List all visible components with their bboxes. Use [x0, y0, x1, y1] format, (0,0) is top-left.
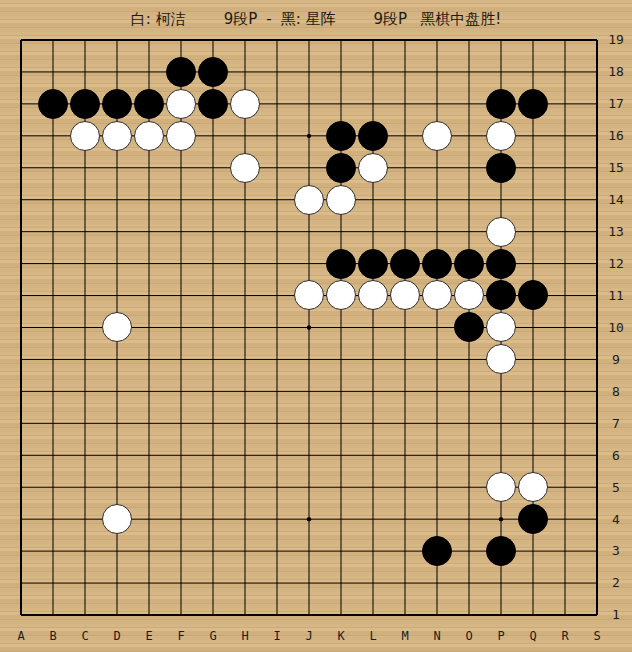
intersection-D8[interactable]	[101, 375, 133, 407]
intersection-D16[interactable]	[101, 120, 133, 152]
intersection-F6[interactable]	[165, 439, 197, 471]
intersection-M13[interactable]	[389, 216, 421, 248]
intersection-J15[interactable]	[293, 152, 325, 184]
intersection-H10[interactable]	[229, 311, 261, 343]
intersection-Q19[interactable]	[517, 24, 549, 56]
intersection-N12[interactable]	[421, 248, 453, 280]
intersection-I10[interactable]	[261, 311, 293, 343]
intersection-F4[interactable]	[165, 503, 197, 535]
intersection-O16[interactable]	[453, 120, 485, 152]
intersection-I13[interactable]	[261, 216, 293, 248]
intersection-H2[interactable]	[229, 567, 261, 599]
intersection-P18[interactable]	[485, 56, 517, 88]
intersection-N19[interactable]	[421, 24, 453, 56]
intersection-P11[interactable]	[485, 280, 517, 312]
intersection-Q3[interactable]	[517, 535, 549, 567]
intersection-P8[interactable]	[485, 375, 517, 407]
intersection-C17[interactable]	[69, 88, 101, 120]
intersection-J19[interactable]	[293, 24, 325, 56]
intersection-N7[interactable]	[421, 407, 453, 439]
intersection-C19[interactable]	[69, 24, 101, 56]
intersection-H3[interactable]	[229, 535, 261, 567]
intersection-N2[interactable]	[421, 567, 453, 599]
intersection-C11[interactable]	[69, 280, 101, 312]
intersection-G11[interactable]	[197, 280, 229, 312]
intersection-I7[interactable]	[261, 407, 293, 439]
intersection-K15[interactable]	[325, 152, 357, 184]
intersection-D6[interactable]	[101, 439, 133, 471]
intersection-F8[interactable]	[165, 375, 197, 407]
intersection-R13[interactable]	[549, 216, 581, 248]
intersection-F15[interactable]	[165, 152, 197, 184]
intersection-O19[interactable]	[453, 24, 485, 56]
intersection-K12[interactable]	[325, 248, 357, 280]
intersection-F9[interactable]	[165, 343, 197, 375]
intersection-M3[interactable]	[389, 535, 421, 567]
intersection-O13[interactable]	[453, 216, 485, 248]
intersection-J18[interactable]	[293, 56, 325, 88]
intersection-B18[interactable]	[37, 56, 69, 88]
intersection-F11[interactable]	[165, 280, 197, 312]
intersection-I4[interactable]	[261, 503, 293, 535]
intersection-K5[interactable]	[325, 471, 357, 503]
intersection-G4[interactable]	[197, 503, 229, 535]
intersection-R19[interactable]	[549, 24, 581, 56]
intersection-B7[interactable]	[37, 407, 69, 439]
intersection-B19[interactable]	[37, 24, 69, 56]
intersection-I9[interactable]	[261, 343, 293, 375]
intersection-O17[interactable]	[453, 88, 485, 120]
intersection-C10[interactable]	[69, 311, 101, 343]
intersection-R15[interactable]	[549, 152, 581, 184]
intersection-I11[interactable]	[261, 280, 293, 312]
intersection-C4[interactable]	[69, 503, 101, 535]
intersection-B5[interactable]	[37, 471, 69, 503]
intersection-M7[interactable]	[389, 407, 421, 439]
intersection-B6[interactable]	[37, 439, 69, 471]
intersection-C8[interactable]	[69, 375, 101, 407]
intersection-C14[interactable]	[69, 184, 101, 216]
intersection-M18[interactable]	[389, 56, 421, 88]
intersection-G9[interactable]	[197, 343, 229, 375]
intersection-O9[interactable]	[453, 343, 485, 375]
intersection-Q6[interactable]	[517, 439, 549, 471]
intersection-H8[interactable]	[229, 375, 261, 407]
intersection-M8[interactable]	[389, 375, 421, 407]
intersection-G17[interactable]	[197, 88, 229, 120]
intersection-H11[interactable]	[229, 280, 261, 312]
intersection-O10[interactable]	[453, 311, 485, 343]
intersection-N11[interactable]	[421, 280, 453, 312]
intersection-Q16[interactable]	[517, 120, 549, 152]
intersection-H16[interactable]	[229, 120, 261, 152]
intersection-E11[interactable]	[133, 280, 165, 312]
intersection-E4[interactable]	[133, 503, 165, 535]
intersection-I12[interactable]	[261, 248, 293, 280]
intersection-K4[interactable]	[325, 503, 357, 535]
intersection-M15[interactable]	[389, 152, 421, 184]
intersection-L11[interactable]	[357, 280, 389, 312]
intersection-B11[interactable]	[37, 280, 69, 312]
intersection-K2[interactable]	[325, 567, 357, 599]
intersection-J2[interactable]	[293, 567, 325, 599]
intersection-A3[interactable]	[5, 535, 37, 567]
intersection-K17[interactable]	[325, 88, 357, 120]
intersection-E19[interactable]	[133, 24, 165, 56]
intersection-J13[interactable]	[293, 216, 325, 248]
intersection-E10[interactable]	[133, 311, 165, 343]
intersection-K18[interactable]	[325, 56, 357, 88]
intersection-A8[interactable]	[5, 375, 37, 407]
intersection-P16[interactable]	[485, 120, 517, 152]
intersection-C7[interactable]	[69, 407, 101, 439]
intersection-G8[interactable]	[197, 375, 229, 407]
intersection-A2[interactable]	[5, 567, 37, 599]
intersection-L4[interactable]	[357, 503, 389, 535]
intersection-Q18[interactable]	[517, 56, 549, 88]
intersection-B13[interactable]	[37, 216, 69, 248]
intersection-M9[interactable]	[389, 343, 421, 375]
intersection-R14[interactable]	[549, 184, 581, 216]
intersection-N18[interactable]	[421, 56, 453, 88]
intersection-E13[interactable]	[133, 216, 165, 248]
intersection-A12[interactable]	[5, 248, 37, 280]
intersection-J14[interactable]	[293, 184, 325, 216]
intersection-J11[interactable]	[293, 280, 325, 312]
intersection-H5[interactable]	[229, 471, 261, 503]
intersection-F13[interactable]	[165, 216, 197, 248]
intersection-R17[interactable]	[549, 88, 581, 120]
intersection-L5[interactable]	[357, 471, 389, 503]
intersection-D11[interactable]	[101, 280, 133, 312]
intersection-J6[interactable]	[293, 439, 325, 471]
intersection-A6[interactable]	[5, 439, 37, 471]
intersection-G2[interactable]	[197, 567, 229, 599]
intersection-F3[interactable]	[165, 535, 197, 567]
intersection-L16[interactable]	[357, 120, 389, 152]
intersection-A7[interactable]	[5, 407, 37, 439]
intersection-H13[interactable]	[229, 216, 261, 248]
intersection-M6[interactable]	[389, 439, 421, 471]
intersection-J16[interactable]	[293, 120, 325, 152]
intersection-D12[interactable]	[101, 248, 133, 280]
intersection-R8[interactable]	[549, 375, 581, 407]
intersection-I14[interactable]	[261, 184, 293, 216]
intersection-I2[interactable]	[261, 567, 293, 599]
intersection-G19[interactable]	[197, 24, 229, 56]
intersection-R16[interactable]	[549, 120, 581, 152]
intersection-D13[interactable]	[101, 216, 133, 248]
intersection-C12[interactable]	[69, 248, 101, 280]
intersection-R2[interactable]	[549, 567, 581, 599]
intersection-F12[interactable]	[165, 248, 197, 280]
intersection-B2[interactable]	[37, 567, 69, 599]
intersection-M16[interactable]	[389, 120, 421, 152]
intersection-D7[interactable]	[101, 407, 133, 439]
intersection-A4[interactable]	[5, 503, 37, 535]
intersection-K7[interactable]	[325, 407, 357, 439]
intersection-B4[interactable]	[37, 503, 69, 535]
intersection-N13[interactable]	[421, 216, 453, 248]
intersection-Q14[interactable]	[517, 184, 549, 216]
intersection-L6[interactable]	[357, 439, 389, 471]
intersection-E6[interactable]	[133, 439, 165, 471]
intersection-N8[interactable]	[421, 375, 453, 407]
intersection-Q11[interactable]	[517, 280, 549, 312]
intersection-I6[interactable]	[261, 439, 293, 471]
intersection-C5[interactable]	[69, 471, 101, 503]
intersection-L19[interactable]	[357, 24, 389, 56]
intersection-G5[interactable]	[197, 471, 229, 503]
intersection-O14[interactable]	[453, 184, 485, 216]
intersection-E2[interactable]	[133, 567, 165, 599]
intersection-K3[interactable]	[325, 535, 357, 567]
intersection-P14[interactable]	[485, 184, 517, 216]
intersection-A15[interactable]	[5, 152, 37, 184]
intersection-I18[interactable]	[261, 56, 293, 88]
intersection-M5[interactable]	[389, 471, 421, 503]
intersection-F19[interactable]	[165, 24, 197, 56]
intersection-O4[interactable]	[453, 503, 485, 535]
intersection-I16[interactable]	[261, 120, 293, 152]
intersection-Q15[interactable]	[517, 152, 549, 184]
intersection-H12[interactable]	[229, 248, 261, 280]
intersection-I19[interactable]	[261, 24, 293, 56]
intersection-E7[interactable]	[133, 407, 165, 439]
intersection-M4[interactable]	[389, 503, 421, 535]
intersection-E9[interactable]	[133, 343, 165, 375]
intersection-L8[interactable]	[357, 375, 389, 407]
intersection-N4[interactable]	[421, 503, 453, 535]
intersection-A17[interactable]	[5, 88, 37, 120]
intersection-E18[interactable]	[133, 56, 165, 88]
intersection-O11[interactable]	[453, 280, 485, 312]
intersection-Q9[interactable]	[517, 343, 549, 375]
intersection-K6[interactable]	[325, 439, 357, 471]
intersection-F2[interactable]	[165, 567, 197, 599]
intersection-N6[interactable]	[421, 439, 453, 471]
intersection-K16[interactable]	[325, 120, 357, 152]
intersection-G12[interactable]	[197, 248, 229, 280]
intersection-L17[interactable]	[357, 88, 389, 120]
intersection-J3[interactable]	[293, 535, 325, 567]
intersection-B16[interactable]	[37, 120, 69, 152]
intersection-R3[interactable]	[549, 535, 581, 567]
intersection-E14[interactable]	[133, 184, 165, 216]
intersection-J8[interactable]	[293, 375, 325, 407]
intersection-O3[interactable]	[453, 535, 485, 567]
intersection-D14[interactable]	[101, 184, 133, 216]
intersection-A14[interactable]	[5, 184, 37, 216]
intersection-G3[interactable]	[197, 535, 229, 567]
intersection-Q17[interactable]	[517, 88, 549, 120]
intersection-D5[interactable]	[101, 471, 133, 503]
intersection-C2[interactable]	[69, 567, 101, 599]
intersection-B12[interactable]	[37, 248, 69, 280]
intersection-R10[interactable]	[549, 311, 581, 343]
intersection-H15[interactable]	[229, 152, 261, 184]
intersection-J12[interactable]	[293, 248, 325, 280]
intersection-E3[interactable]	[133, 535, 165, 567]
intersection-F10[interactable]	[165, 311, 197, 343]
intersection-C16[interactable]	[69, 120, 101, 152]
intersection-J4[interactable]	[293, 503, 325, 535]
intersection-G14[interactable]	[197, 184, 229, 216]
intersection-K14[interactable]	[325, 184, 357, 216]
intersection-O7[interactable]	[453, 407, 485, 439]
intersection-B15[interactable]	[37, 152, 69, 184]
intersection-B8[interactable]	[37, 375, 69, 407]
intersection-G18[interactable]	[197, 56, 229, 88]
intersection-G15[interactable]	[197, 152, 229, 184]
intersection-I3[interactable]	[261, 535, 293, 567]
intersection-I15[interactable]	[261, 152, 293, 184]
intersection-B9[interactable]	[37, 343, 69, 375]
intersection-K19[interactable]	[325, 24, 357, 56]
intersection-F17[interactable]	[165, 88, 197, 120]
intersection-F16[interactable]	[165, 120, 197, 152]
intersection-K10[interactable]	[325, 311, 357, 343]
intersection-R9[interactable]	[549, 343, 581, 375]
intersection-E8[interactable]	[133, 375, 165, 407]
intersection-O5[interactable]	[453, 471, 485, 503]
intersection-C6[interactable]	[69, 439, 101, 471]
intersection-G10[interactable]	[197, 311, 229, 343]
intersection-O6[interactable]	[453, 439, 485, 471]
intersection-C3[interactable]	[69, 535, 101, 567]
intersection-M12[interactable]	[389, 248, 421, 280]
intersection-L14[interactable]	[357, 184, 389, 216]
intersection-M14[interactable]	[389, 184, 421, 216]
intersection-O12[interactable]	[453, 248, 485, 280]
intersection-Q5[interactable]	[517, 471, 549, 503]
intersection-Q8[interactable]	[517, 375, 549, 407]
intersection-D18[interactable]	[101, 56, 133, 88]
intersection-H9[interactable]	[229, 343, 261, 375]
intersection-P6[interactable]	[485, 439, 517, 471]
intersection-O8[interactable]	[453, 375, 485, 407]
intersection-H14[interactable]	[229, 184, 261, 216]
intersection-H19[interactable]	[229, 24, 261, 56]
intersection-D9[interactable]	[101, 343, 133, 375]
intersection-C9[interactable]	[69, 343, 101, 375]
intersection-A13[interactable]	[5, 216, 37, 248]
intersection-H18[interactable]	[229, 56, 261, 88]
intersection-P15[interactable]	[485, 152, 517, 184]
intersection-D17[interactable]	[101, 88, 133, 120]
intersection-L12[interactable]	[357, 248, 389, 280]
intersection-P4[interactable]	[485, 503, 517, 535]
intersection-A19[interactable]	[5, 24, 37, 56]
intersection-E16[interactable]	[133, 120, 165, 152]
intersection-D4[interactable]	[101, 503, 133, 535]
intersection-N15[interactable]	[421, 152, 453, 184]
intersection-K9[interactable]	[325, 343, 357, 375]
intersection-J17[interactable]	[293, 88, 325, 120]
intersection-L15[interactable]	[357, 152, 389, 184]
intersection-N16[interactable]	[421, 120, 453, 152]
intersection-L10[interactable]	[357, 311, 389, 343]
intersection-L13[interactable]	[357, 216, 389, 248]
intersection-P13[interactable]	[485, 216, 517, 248]
intersection-J10[interactable]	[293, 311, 325, 343]
intersection-E17[interactable]	[133, 88, 165, 120]
intersection-O18[interactable]	[453, 56, 485, 88]
intersection-Q2[interactable]	[517, 567, 549, 599]
intersection-D19[interactable]	[101, 24, 133, 56]
intersection-P9[interactable]	[485, 343, 517, 375]
intersection-A16[interactable]	[5, 120, 37, 152]
intersection-F14[interactable]	[165, 184, 197, 216]
intersection-C15[interactable]	[69, 152, 101, 184]
intersection-N5[interactable]	[421, 471, 453, 503]
intersection-A18[interactable]	[5, 56, 37, 88]
intersection-J9[interactable]	[293, 343, 325, 375]
intersection-P5[interactable]	[485, 471, 517, 503]
intersection-J7[interactable]	[293, 407, 325, 439]
intersection-K8[interactable]	[325, 375, 357, 407]
intersection-H7[interactable]	[229, 407, 261, 439]
intersection-A10[interactable]	[5, 311, 37, 343]
intersection-L3[interactable]	[357, 535, 389, 567]
intersection-F7[interactable]	[165, 407, 197, 439]
intersection-M10[interactable]	[389, 311, 421, 343]
intersection-G13[interactable]	[197, 216, 229, 248]
intersection-Q10[interactable]	[517, 311, 549, 343]
intersection-A11[interactable]	[5, 280, 37, 312]
intersection-N3[interactable]	[421, 535, 453, 567]
intersection-F5[interactable]	[165, 471, 197, 503]
intersection-B10[interactable]	[37, 311, 69, 343]
intersection-P7[interactable]	[485, 407, 517, 439]
intersection-E5[interactable]	[133, 471, 165, 503]
intersection-Q4[interactable]	[517, 503, 549, 535]
intersection-P3[interactable]	[485, 535, 517, 567]
intersection-H17[interactable]	[229, 88, 261, 120]
intersection-P2[interactable]	[485, 567, 517, 599]
intersection-E15[interactable]	[133, 152, 165, 184]
intersection-P19[interactable]	[485, 24, 517, 56]
intersection-Q7[interactable]	[517, 407, 549, 439]
intersection-M2[interactable]	[389, 567, 421, 599]
intersection-N17[interactable]	[421, 88, 453, 120]
intersection-K11[interactable]	[325, 280, 357, 312]
intersection-M19[interactable]	[389, 24, 421, 56]
intersection-P12[interactable]	[485, 248, 517, 280]
intersection-D2[interactable]	[101, 567, 133, 599]
intersection-Q12[interactable]	[517, 248, 549, 280]
intersection-F18[interactable]	[165, 56, 197, 88]
intersection-R5[interactable]	[549, 471, 581, 503]
intersection-N9[interactable]	[421, 343, 453, 375]
intersection-G16[interactable]	[197, 120, 229, 152]
intersection-K13[interactable]	[325, 216, 357, 248]
intersection-D3[interactable]	[101, 535, 133, 567]
intersection-R6[interactable]	[549, 439, 581, 471]
intersection-I5[interactable]	[261, 471, 293, 503]
intersection-R4[interactable]	[549, 503, 581, 535]
intersection-I8[interactable]	[261, 375, 293, 407]
intersection-P10[interactable]	[485, 311, 517, 343]
intersection-B14[interactable]	[37, 184, 69, 216]
intersection-D10[interactable]	[101, 311, 133, 343]
intersection-C18[interactable]	[69, 56, 101, 88]
intersection-R7[interactable]	[549, 407, 581, 439]
intersection-B17[interactable]	[37, 88, 69, 120]
intersection-L7[interactable]	[357, 407, 389, 439]
intersection-C13[interactable]	[69, 216, 101, 248]
intersection-R12[interactable]	[549, 248, 581, 280]
